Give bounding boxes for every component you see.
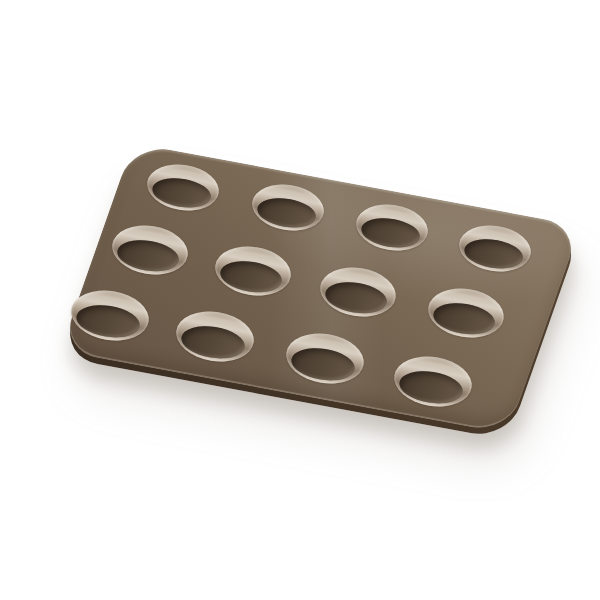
muffin-cup [353,199,431,255]
muffin-cup [456,220,534,276]
muffin-cup [249,179,327,235]
muffin-cup [425,283,508,342]
muffin-cup [173,306,258,367]
muffin-cup [317,262,400,321]
muffin-cup [391,351,476,412]
muffin-cup [212,241,295,300]
muffin-cup [144,159,222,215]
muffin-cup [283,328,368,389]
muffin-cup [68,285,153,346]
muffin-cup [109,220,192,279]
muffin-pan-cups [0,0,600,600]
product-photo [0,0,600,600]
